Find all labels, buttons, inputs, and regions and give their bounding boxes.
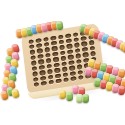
bead-yellow[interactable] — [11, 88, 20, 99]
board-hole[interactable] — [63, 77, 69, 82]
bead-orange[interactable] — [122, 43, 125, 53]
board-hole[interactable] — [78, 75, 84, 80]
board-hole[interactable] — [34, 82, 40, 87]
board-hole[interactable] — [56, 79, 62, 84]
board-hole[interactable] — [48, 80, 54, 85]
bead-red[interactable] — [117, 86, 125, 96]
board-hole[interactable] — [41, 81, 47, 86]
bead-green[interactable] — [55, 21, 63, 31]
board-hole[interactable] — [70, 76, 76, 81]
product-photo-wooden-bead-game — [0, 0, 125, 125]
bead-green[interactable] — [82, 94, 89, 103]
